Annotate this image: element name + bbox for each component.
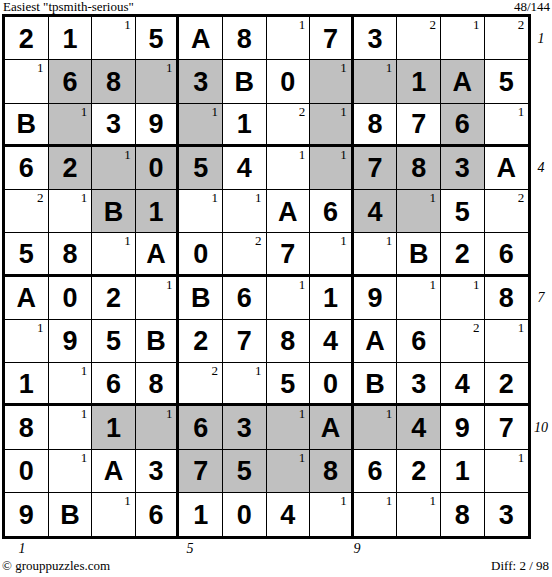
given-value: 3 — [106, 109, 121, 138]
cell-r12-c8[interactable]: 1 — [310, 493, 354, 536]
given-value: 5 — [19, 239, 34, 268]
given-value: 8 — [280, 326, 295, 355]
cell-r10-c7[interactable]: 1 — [267, 406, 311, 449]
cell-r8-c3[interactable]: 5 — [92, 320, 136, 363]
given-value: 3 — [149, 456, 164, 485]
given-value: 6 — [323, 197, 338, 226]
pencil-mark: 2 — [473, 320, 480, 335]
given-value: 5 — [499, 67, 514, 96]
pencil-mark: 1 — [124, 17, 131, 32]
pencil-mark: 1 — [81, 190, 88, 205]
given-value: 7 — [193, 456, 208, 485]
given-value: 6 — [499, 239, 514, 268]
cell-r11-c6[interactable]: 5 — [223, 450, 267, 493]
given-value: 0 — [323, 369, 338, 398]
difficulty-text: Diff: 2 / 98 — [491, 558, 549, 574]
cell-r11-c2[interactable]: 1 — [49, 450, 93, 493]
cell-r9-c5[interactable]: 2 — [179, 363, 223, 406]
cell-r10-c12[interactable]: 7 — [485, 406, 529, 449]
cell-r10-c4[interactable]: 1 — [136, 406, 180, 449]
cell-r6-c10[interactable]: B — [397, 233, 441, 276]
cell-r10-c3[interactable]: 1 — [92, 406, 136, 449]
pencil-mark: 2 — [37, 190, 44, 205]
given-value: 3 — [455, 153, 470, 182]
given-value: 0 — [149, 153, 164, 182]
col-label-5: 5 — [183, 541, 197, 557]
pencil-mark: 1 — [386, 406, 393, 421]
cell-r10-c2[interactable]: 1 — [49, 406, 93, 449]
cell-r11-c7[interactable]: 1 — [267, 450, 311, 493]
given-value: A — [146, 239, 166, 268]
cell-r9-c8[interactable]: 0 — [310, 363, 354, 406]
cell-r8-c12[interactable]: 1 — [485, 320, 529, 363]
given-value: 8 — [106, 67, 121, 96]
given-value: 9 — [62, 326, 77, 355]
col-label-1: 1 — [15, 541, 29, 557]
given-value: 1 — [19, 369, 34, 398]
given-value: 8 — [368, 109, 383, 138]
cell-r12-c6[interactable]: 0 — [223, 493, 267, 536]
given-value: 5 — [280, 369, 295, 398]
given-value: A — [17, 283, 37, 312]
pencil-mark: 2 — [429, 17, 436, 32]
cell-r12-c5[interactable]: 1 — [179, 493, 223, 536]
given-value: B — [60, 500, 80, 529]
cell-r3-c10[interactable]: 7 — [397, 104, 441, 147]
cell-r1-c4[interactable]: 5 — [136, 17, 180, 60]
given-value: 3 — [411, 369, 426, 398]
cell-r2-c6[interactable]: B — [223, 60, 267, 103]
cell-r11-c9[interactable]: 6 — [354, 450, 398, 493]
pencil-mark: 1 — [37, 320, 44, 335]
cell-r5-c5[interactable]: 1 — [179, 190, 223, 233]
given-value: 8 — [455, 500, 470, 529]
row-label-4: 4 — [532, 160, 550, 176]
cell-r8-c5[interactable]: 2 — [179, 320, 223, 363]
cell-r12-c3[interactable]: 1 — [92, 493, 136, 536]
cell-r7-c2[interactable]: 0 — [49, 277, 93, 320]
given-value: 0 — [280, 67, 295, 96]
pencil-mark: 1 — [340, 147, 347, 162]
cell-r2-c10[interactable]: 1 — [397, 60, 441, 103]
given-value: 7 — [280, 239, 295, 268]
pencil-mark: 2 — [518, 190, 525, 205]
cell-r7-c12[interactable]: 8 — [485, 277, 529, 320]
pencil-mark: 1 — [255, 363, 262, 378]
pencil-mark: 1 — [166, 277, 173, 292]
given-value: B — [17, 109, 37, 138]
pencil-mark: 1 — [37, 60, 44, 75]
given-value: 4 — [411, 413, 426, 442]
pencil-mark: 1 — [255, 190, 262, 205]
cell-r9-c6[interactable]: 1 — [223, 363, 267, 406]
cell-r4-c12[interactable]: A — [485, 147, 529, 190]
given-value: 5 — [455, 197, 470, 226]
puzzle-page: Easiest "tpsmith-serious" 48/144 2115A81… — [0, 0, 552, 577]
cell-r6-c7[interactable]: 7 — [267, 233, 311, 276]
cell-r1-c3[interactable]: 1 — [92, 17, 136, 60]
pencil-mark: 1 — [518, 450, 525, 465]
cell-r5-c1[interactable]: 2 — [5, 190, 49, 233]
given-value: 2 — [455, 239, 470, 268]
cell-r8-c2[interactable]: 9 — [49, 320, 93, 363]
pencil-mark: 1 — [124, 147, 131, 162]
given-value: 4 — [368, 197, 383, 226]
given-value: 2 — [62, 153, 77, 182]
pencil-mark: 1 — [124, 233, 131, 248]
given-value: 3 — [368, 24, 383, 53]
cell-r8-c6[interactable]: 7 — [223, 320, 267, 363]
pencil-mark: 1 — [211, 190, 218, 205]
cell-r6-c9[interactable]: 1 — [354, 233, 398, 276]
cell-r5-c4[interactable]: 1 — [136, 190, 180, 233]
cell-r1-c9[interactable]: 3 — [354, 17, 398, 60]
pencil-mark: 1 — [299, 17, 306, 32]
given-value: 2 — [499, 369, 514, 398]
given-value: 0 — [19, 456, 34, 485]
given-value: 1 — [149, 197, 164, 226]
cell-r9-c12[interactable]: 2 — [485, 363, 529, 406]
cell-r9-c10[interactable]: 3 — [397, 363, 441, 406]
cell-r4-c2[interactable]: 2 — [49, 147, 93, 190]
cell-r4-c7[interactable]: 1 — [267, 147, 311, 190]
given-value: 0 — [62, 283, 77, 312]
given-value: 0 — [237, 500, 252, 529]
pencil-mark: 1 — [473, 277, 480, 292]
cell-r4-c3[interactable]: 1 — [92, 147, 136, 190]
pencil-mark: 1 — [429, 190, 436, 205]
given-value: 6 — [411, 326, 426, 355]
pencil-mark: 1 — [340, 233, 347, 248]
cell-r1-c11[interactable]: 1 — [441, 17, 485, 60]
given-value: 8 — [19, 413, 34, 442]
cell-r1-c8[interactable]: 7 — [310, 17, 354, 60]
cell-r3-c8[interactable]: 1 — [310, 104, 354, 147]
given-value: A — [321, 413, 341, 442]
pencil-mark: 1 — [81, 450, 88, 465]
cell-r10-c9[interactable]: 1 — [354, 406, 398, 449]
cell-r7-c9[interactable]: 9 — [354, 277, 398, 320]
cell-r1-c7[interactable]: 1 — [267, 17, 311, 60]
cell-r4-c9[interactable]: 7 — [354, 147, 398, 190]
pencil-mark: 1 — [166, 406, 173, 421]
cell-r5-c7[interactable]: A — [267, 190, 311, 233]
given-value: 3 — [499, 500, 514, 529]
pencil-mark: 1 — [429, 277, 436, 292]
cell-r9-c9[interactable]: B — [354, 363, 398, 406]
given-value: 5 — [193, 153, 208, 182]
cell-r1-c2[interactable]: 1 — [49, 17, 93, 60]
given-value: 6 — [237, 283, 252, 312]
cell-r12-c7[interactable]: 4 — [267, 493, 311, 536]
cell-r3-c12[interactable]: 1 — [485, 104, 529, 147]
cell-r2-c4[interactable]: 1 — [136, 60, 180, 103]
cell-r4-c1[interactable]: 6 — [5, 147, 49, 190]
cell-r2-c9[interactable]: 1 — [354, 60, 398, 103]
cell-r8-c9[interactable]: A — [354, 320, 398, 363]
cell-r11-c8[interactable]: 8 — [310, 450, 354, 493]
cell-r11-c4[interactable]: 3 — [136, 450, 180, 493]
cell-r6-c4[interactable]: A — [136, 233, 180, 276]
given-value: A — [191, 24, 211, 53]
cell-r8-c11[interactable]: 2 — [441, 320, 485, 363]
cell-r6-c8[interactable]: 1 — [310, 233, 354, 276]
cell-r4-c5[interactable]: 5 — [179, 147, 223, 190]
cell-r7-c10[interactable]: 1 — [397, 277, 441, 320]
cell-r1-c6[interactable]: 8 — [223, 17, 267, 60]
given-value: 3 — [237, 413, 252, 442]
cell-r3-c4[interactable]: 9 — [136, 104, 180, 147]
cell-r8-c4[interactable]: B — [136, 320, 180, 363]
given-value: 9 — [368, 283, 383, 312]
cell-r11-c11[interactable]: 1 — [441, 450, 485, 493]
cell-r3-c5[interactable]: 1 — [179, 104, 223, 147]
given-value: 1 — [62, 24, 77, 53]
cell-r5-c8[interactable]: 6 — [310, 190, 354, 233]
cell-r4-c6[interactable]: 4 — [223, 147, 267, 190]
cell-r3-c1[interactable]: B — [5, 104, 49, 147]
cell-r9-c2[interactable]: 1 — [49, 363, 93, 406]
cell-r2-c1[interactable]: 1 — [5, 60, 49, 103]
puzzle-counter: 48/144 — [514, 0, 550, 14]
given-value: 7 — [323, 24, 338, 53]
given-value: 7 — [368, 153, 383, 182]
cell-r7-c7[interactable]: 1 — [267, 277, 311, 320]
cell-r3-c6[interactable]: 1 — [223, 104, 267, 147]
cell-r6-c5[interactable]: 0 — [179, 233, 223, 276]
cell-r1-c5[interactable]: A — [179, 17, 223, 60]
given-value: 5 — [149, 24, 164, 53]
given-value: 6 — [149, 500, 164, 529]
given-value: 1 — [411, 67, 426, 96]
cell-r11-c12[interactable]: 1 — [485, 450, 529, 493]
given-value: 8 — [62, 239, 77, 268]
given-value: 8 — [323, 456, 338, 485]
cell-r12-c9[interactable]: 1 — [354, 493, 398, 536]
pencil-mark: 2 — [255, 233, 262, 248]
given-value: 6 — [106, 369, 121, 398]
given-value: 2 — [193, 326, 208, 355]
cell-r6-c2[interactable]: 8 — [49, 233, 93, 276]
given-value: A — [104, 456, 124, 485]
cell-r5-c10[interactable]: 1 — [397, 190, 441, 233]
pencil-mark: 1 — [386, 233, 393, 248]
cell-r2-c12[interactable]: 5 — [485, 60, 529, 103]
given-value: 2 — [106, 283, 121, 312]
cell-r5-c9[interactable]: 4 — [354, 190, 398, 233]
cell-r8-c10[interactable]: 6 — [397, 320, 441, 363]
given-value: 6 — [455, 109, 470, 138]
cell-r12-c1[interactable]: 9 — [5, 493, 49, 536]
cell-r6-c6[interactable]: 2 — [223, 233, 267, 276]
cell-r6-c11[interactable]: 2 — [441, 233, 485, 276]
given-value: 2 — [19, 24, 34, 53]
given-value: 7 — [499, 413, 514, 442]
cell-r6-c12[interactable]: 6 — [485, 233, 529, 276]
given-value: A — [365, 326, 385, 355]
given-value: 5 — [237, 456, 252, 485]
given-value: A — [497, 153, 517, 182]
cell-r10-c6[interactable]: 3 — [223, 406, 267, 449]
cell-r4-c10[interactable]: 8 — [397, 147, 441, 190]
cell-r7-c1[interactable]: A — [5, 277, 49, 320]
cell-r9-c7[interactable]: 5 — [267, 363, 311, 406]
pencil-mark: 1 — [299, 147, 306, 162]
cell-r2-c8[interactable]: 1 — [310, 60, 354, 103]
given-value: 9 — [19, 500, 34, 529]
cell-r5-c3[interactable]: B — [92, 190, 136, 233]
cell-r9-c1[interactable]: 1 — [5, 363, 49, 406]
pencil-mark: 1 — [211, 104, 218, 119]
given-value: A — [452, 67, 472, 96]
cell-r7-c6[interactable]: 6 — [223, 277, 267, 320]
given-value: 7 — [237, 326, 252, 355]
given-value: 6 — [368, 456, 383, 485]
pencil-mark: 2 — [518, 17, 525, 32]
cell-r2-c7[interactable]: 0 — [267, 60, 311, 103]
cell-r2-c3[interactable]: 8 — [92, 60, 136, 103]
copyright-text: © grouppuzzles.com — [2, 558, 110, 574]
given-value: 8 — [411, 153, 426, 182]
cell-r12-c12[interactable]: 3 — [485, 493, 529, 536]
cell-r10-c1[interactable]: 8 — [5, 406, 49, 449]
cell-r9-c4[interactable]: 8 — [136, 363, 180, 406]
given-value: 4 — [323, 326, 338, 355]
given-value: 6 — [193, 413, 208, 442]
given-value: 6 — [19, 153, 34, 182]
cell-r12-c2[interactable]: B — [49, 493, 93, 536]
pencil-mark: 1 — [81, 104, 88, 119]
cell-r1-c1[interactable]: 2 — [5, 17, 49, 60]
cell-r5-c2[interactable]: 1 — [49, 190, 93, 233]
given-value: 0 — [193, 239, 208, 268]
cell-r11-c10[interactable]: 2 — [397, 450, 441, 493]
cell-r11-c5[interactable]: 7 — [179, 450, 223, 493]
given-value: B — [104, 197, 124, 226]
cell-r7-c3[interactable]: 2 — [92, 277, 136, 320]
pencil-mark: 1 — [473, 17, 480, 32]
cell-r1-c12[interactable]: 2 — [485, 17, 529, 60]
row-label-7: 7 — [532, 290, 550, 306]
pencil-mark: 1 — [299, 450, 306, 465]
cell-r10-c11[interactable]: 9 — [441, 406, 485, 449]
cell-r8-c8[interactable]: 4 — [310, 320, 354, 363]
pencil-mark: 1 — [81, 363, 88, 378]
col-label-9: 9 — [350, 541, 364, 557]
cell-r7-c8[interactable]: 1 — [310, 277, 354, 320]
given-value: B — [191, 283, 211, 312]
given-value: 1 — [237, 109, 252, 138]
cell-r12-c10[interactable]: 1 — [397, 493, 441, 536]
given-value: 3 — [193, 67, 208, 96]
cell-r1-c10[interactable]: 2 — [397, 17, 441, 60]
given-value: 9 — [455, 413, 470, 442]
cell-r10-c8[interactable]: A — [310, 406, 354, 449]
cell-r7-c4[interactable]: 1 — [136, 277, 180, 320]
given-value: 8 — [499, 283, 514, 312]
cell-r2-c11[interactable]: A — [441, 60, 485, 103]
given-value: 7 — [411, 109, 426, 138]
cell-r3-c11[interactable]: 6 — [441, 104, 485, 147]
pencil-mark: 1 — [299, 406, 306, 421]
pencil-mark: 1 — [429, 493, 436, 508]
cell-r10-c5[interactable]: 6 — [179, 406, 223, 449]
pencil-mark: 2 — [299, 104, 306, 119]
cell-r2-c5[interactable]: 3 — [179, 60, 223, 103]
pencil-mark: 1 — [299, 277, 306, 292]
cell-r12-c4[interactable]: 6 — [136, 493, 180, 536]
cell-r3-c3[interactable]: 3 — [92, 104, 136, 147]
cell-r5-c11[interactable]: 5 — [441, 190, 485, 233]
pencil-mark: 2 — [211, 363, 218, 378]
cell-r3-c7[interactable]: 2 — [267, 104, 311, 147]
pencil-mark: 1 — [340, 104, 347, 119]
given-value: 4 — [280, 500, 295, 529]
cell-r2-c2[interactable]: 6 — [49, 60, 93, 103]
cell-r5-c12[interactable]: 2 — [485, 190, 529, 233]
given-value: 9 — [149, 109, 164, 138]
cell-r10-c10[interactable]: 4 — [397, 406, 441, 449]
given-value: B — [365, 369, 385, 398]
cell-r11-c1[interactable]: 0 — [5, 450, 49, 493]
pencil-mark: 1 — [386, 60, 393, 75]
cell-r3-c2[interactable]: 1 — [49, 104, 93, 147]
cell-r5-c6[interactable]: 1 — [223, 190, 267, 233]
given-value: 8 — [237, 24, 252, 53]
pencil-mark: 1 — [386, 493, 393, 508]
puzzle-title: Easiest "tpsmith-serious" — [3, 0, 134, 14]
cell-r3-c9[interactable]: 8 — [354, 104, 398, 147]
cell-r6-c3[interactable]: 1 — [92, 233, 136, 276]
pencil-mark: 1 — [81, 406, 88, 421]
given-value: 6 — [62, 67, 77, 96]
given-value: 1 — [106, 413, 121, 442]
pencil-mark: 1 — [340, 493, 347, 508]
pencil-mark: 1 — [340, 60, 347, 75]
pencil-mark: 1 — [124, 493, 131, 508]
cell-r4-c8[interactable]: 1 — [310, 147, 354, 190]
cell-r12-c11[interactable]: 8 — [441, 493, 485, 536]
cell-r8-c7[interactable]: 8 — [267, 320, 311, 363]
pencil-mark: 1 — [518, 320, 525, 335]
pencil-mark: 1 — [166, 60, 173, 75]
given-value: B — [146, 326, 166, 355]
given-value: 1 — [323, 283, 338, 312]
cell-r8-c1[interactable]: 1 — [5, 320, 49, 363]
cell-r7-c5[interactable]: B — [179, 277, 223, 320]
given-value: 5 — [106, 326, 121, 355]
cell-r6-c1[interactable]: 5 — [5, 233, 49, 276]
given-value: 8 — [149, 369, 164, 398]
pencil-mark: 1 — [518, 104, 525, 119]
cell-r9-c11[interactable]: 4 — [441, 363, 485, 406]
cell-r7-c11[interactable]: 1 — [441, 277, 485, 320]
cell-r9-c3[interactable]: 6 — [92, 363, 136, 406]
cell-r11-c3[interactable]: A — [92, 450, 136, 493]
given-value: B — [235, 67, 255, 96]
row-label-10: 10 — [532, 420, 550, 436]
given-value: 1 — [193, 500, 208, 529]
sudoku-board: 2115A817321216813B0111A5B139112187616210… — [2, 14, 531, 539]
cell-r4-c4[interactable]: 0 — [136, 147, 180, 190]
given-value: 2 — [411, 456, 426, 485]
given-value: A — [278, 197, 298, 226]
given-value: B — [409, 239, 429, 268]
given-value: 1 — [455, 456, 470, 485]
cell-r4-c11[interactable]: 3 — [441, 147, 485, 190]
given-value: 4 — [237, 153, 252, 182]
given-value: 4 — [455, 369, 470, 398]
